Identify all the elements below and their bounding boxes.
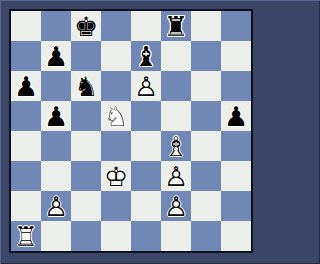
square-a3[interactable]	[11, 161, 41, 191]
square-e6[interactable]: ♟♙	[131, 71, 161, 101]
square-b2[interactable]: ♟♙	[41, 191, 71, 221]
square-e8[interactable]	[131, 11, 161, 41]
square-f8[interactable]: ♜	[161, 11, 191, 41]
piece-white-pawn: ♙	[161, 161, 191, 192]
square-e2[interactable]	[131, 191, 161, 221]
square-c8[interactable]: ♚	[71, 11, 101, 41]
square-c5[interactable]	[71, 101, 101, 131]
square-c7[interactable]	[71, 41, 101, 71]
square-d2[interactable]	[101, 191, 131, 221]
piece-black-pawn: ♟	[41, 41, 71, 72]
square-b7[interactable]: ♟	[41, 41, 71, 71]
piece-white-rook: ♖	[11, 221, 41, 252]
square-a7[interactable]	[11, 41, 41, 71]
square-e1[interactable]	[131, 221, 161, 251]
square-f2[interactable]: ♟♙	[161, 191, 191, 221]
piece-black-bishop: ♝	[131, 41, 161, 72]
square-g5[interactable]	[191, 101, 221, 131]
square-h3[interactable]	[221, 161, 251, 191]
piece-white-pawn: ♙	[131, 71, 161, 102]
square-b1[interactable]	[41, 221, 71, 251]
square-d3[interactable]: ♚♔	[101, 161, 131, 191]
piece-white-pawn: ♙	[161, 191, 191, 222]
piece-black-pawn: ♟	[221, 101, 251, 132]
square-e3[interactable]	[131, 161, 161, 191]
square-f5[interactable]	[161, 101, 191, 131]
square-c4[interactable]	[71, 131, 101, 161]
square-c3[interactable]	[71, 161, 101, 191]
square-h6[interactable]	[221, 71, 251, 101]
white-pawn-fill: ♟	[161, 191, 191, 222]
square-f3[interactable]: ♟♙	[161, 161, 191, 191]
square-a5[interactable]	[11, 101, 41, 131]
square-d1[interactable]	[101, 221, 131, 251]
piece-white-bishop: ♗	[161, 131, 191, 162]
square-b6[interactable]	[41, 71, 71, 101]
piece-white-king: ♔	[101, 161, 131, 192]
white-pawn-fill: ♟	[41, 191, 71, 222]
white-king-fill: ♚	[101, 161, 131, 192]
square-h5[interactable]: ♟	[221, 101, 251, 131]
square-e5[interactable]	[131, 101, 161, 131]
square-d8[interactable]	[101, 11, 131, 41]
square-h4[interactable]	[221, 131, 251, 161]
piece-white-pawn: ♙	[41, 191, 71, 222]
square-d7[interactable]	[101, 41, 131, 71]
square-h8[interactable]	[221, 11, 251, 41]
square-g8[interactable]	[191, 11, 221, 41]
square-f1[interactable]	[161, 221, 191, 251]
square-e7[interactable]: ♝	[131, 41, 161, 71]
square-a4[interactable]	[11, 131, 41, 161]
white-bishop-fill: ♝	[161, 131, 191, 162]
piece-white-knight: ♘	[101, 101, 131, 132]
square-h7[interactable]	[221, 41, 251, 71]
square-h2[interactable]	[221, 191, 251, 221]
white-knight-fill: ♞	[101, 101, 131, 132]
square-a8[interactable]	[11, 11, 41, 41]
square-g4[interactable]	[191, 131, 221, 161]
piece-black-knight: ♞	[71, 71, 101, 102]
square-c1[interactable]	[71, 221, 101, 251]
square-d6[interactable]	[101, 71, 131, 101]
piece-black-rook: ♜	[161, 11, 191, 42]
white-rook-fill: ♜	[11, 221, 41, 252]
square-g6[interactable]	[191, 71, 221, 101]
square-b4[interactable]	[41, 131, 71, 161]
square-a6[interactable]: ♟	[11, 71, 41, 101]
square-g7[interactable]	[191, 41, 221, 71]
chess-board: ♚♜♟♝♟♞♟♙♟♞♘♟♝♗♚♔♟♙♟♙♟♙♜♖	[9, 9, 253, 253]
square-a2[interactable]	[11, 191, 41, 221]
white-pawn-fill: ♟	[131, 71, 161, 102]
square-f6[interactable]	[161, 71, 191, 101]
square-d5[interactable]: ♞♘	[101, 101, 131, 131]
square-b3[interactable]	[41, 161, 71, 191]
square-e4[interactable]	[131, 131, 161, 161]
square-a1[interactable]: ♜♖	[11, 221, 41, 251]
square-f4[interactable]: ♝♗	[161, 131, 191, 161]
piece-black-pawn: ♟	[11, 71, 41, 102]
square-g3[interactable]	[191, 161, 221, 191]
square-c6[interactable]: ♞	[71, 71, 101, 101]
square-d4[interactable]	[101, 131, 131, 161]
white-pawn-fill: ♟	[161, 161, 191, 192]
square-c2[interactable]	[71, 191, 101, 221]
square-b8[interactable]	[41, 11, 71, 41]
piece-black-king: ♚	[71, 11, 101, 42]
square-b5[interactable]: ♟	[41, 101, 71, 131]
square-f7[interactable]	[161, 41, 191, 71]
piece-black-pawn: ♟	[41, 101, 71, 132]
square-h1[interactable]	[221, 221, 251, 251]
square-g1[interactable]	[191, 221, 221, 251]
square-g2[interactable]	[191, 191, 221, 221]
